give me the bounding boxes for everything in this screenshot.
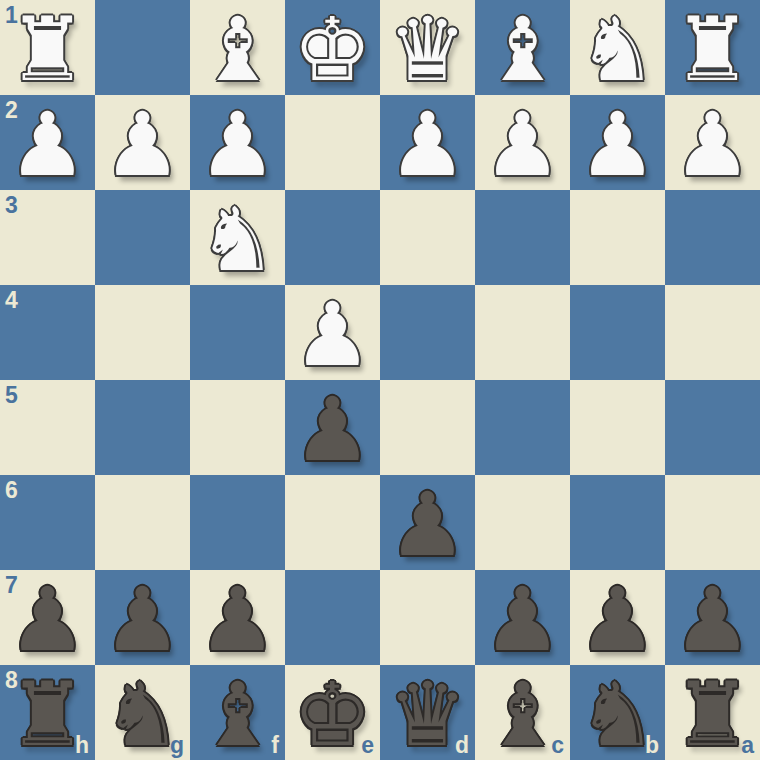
square-f4[interactable] (190, 285, 285, 380)
piece-white-pawn[interactable]: ♟ (483, 101, 562, 189)
file-label-d: d (455, 734, 469, 757)
rank-label-7: 7 (5, 574, 18, 597)
square-d7[interactable] (380, 570, 475, 665)
square-g1[interactable] (95, 0, 190, 95)
square-e1[interactable]: ♚ (285, 0, 380, 95)
square-c2[interactable]: ♟ (475, 95, 570, 190)
square-g5[interactable] (95, 380, 190, 475)
square-c4[interactable] (475, 285, 570, 380)
rank-label-6: 6 (5, 479, 18, 502)
square-f7[interactable]: ♟ (190, 570, 285, 665)
piece-white-rook[interactable]: ♜ (8, 6, 87, 94)
square-e4[interactable]: ♟ (285, 285, 380, 380)
square-d1[interactable]: ♛ (380, 0, 475, 95)
square-f3[interactable]: ♞ (190, 190, 285, 285)
piece-white-rook[interactable]: ♜ (673, 6, 752, 94)
square-h5[interactable]: 5 (0, 380, 95, 475)
square-f5[interactable] (190, 380, 285, 475)
square-a3[interactable] (665, 190, 760, 285)
piece-white-queen[interactable]: ♛ (388, 6, 467, 94)
piece-black-pawn[interactable]: ♟ (103, 576, 182, 664)
square-c8[interactable]: ♝c (475, 665, 570, 760)
rank-label-5: 5 (5, 384, 18, 407)
square-c7[interactable]: ♟ (475, 570, 570, 665)
square-h6[interactable]: 6 (0, 475, 95, 570)
piece-black-pawn[interactable]: ♟ (483, 576, 562, 664)
square-f2[interactable]: ♟ (190, 95, 285, 190)
piece-white-pawn[interactable]: ♟ (673, 101, 752, 189)
piece-black-pawn[interactable]: ♟ (293, 386, 372, 474)
square-a2[interactable]: ♟ (665, 95, 760, 190)
square-b7[interactable]: ♟ (570, 570, 665, 665)
square-a6[interactable] (665, 475, 760, 570)
piece-black-pawn[interactable]: ♟ (388, 481, 467, 569)
square-b4[interactable] (570, 285, 665, 380)
square-d6[interactable]: ♟ (380, 475, 475, 570)
square-d3[interactable] (380, 190, 475, 285)
square-g8[interactable]: ♞g (95, 665, 190, 760)
square-e6[interactable] (285, 475, 380, 570)
rank-label-4: 4 (5, 289, 18, 312)
square-b6[interactable] (570, 475, 665, 570)
square-g7[interactable]: ♟ (95, 570, 190, 665)
square-h2[interactable]: ♟2 (0, 95, 95, 190)
piece-white-pawn[interactable]: ♟ (8, 101, 87, 189)
square-e3[interactable] (285, 190, 380, 285)
square-h4[interactable]: 4 (0, 285, 95, 380)
piece-black-pawn[interactable]: ♟ (673, 576, 752, 664)
piece-black-pawn[interactable]: ♟ (578, 576, 657, 664)
piece-black-bishop[interactable]: ♝ (483, 671, 562, 759)
file-label-a: a (741, 734, 754, 757)
square-f8[interactable]: ♝f (190, 665, 285, 760)
square-a8[interactable]: ♜a (665, 665, 760, 760)
square-e5[interactable]: ♟ (285, 380, 380, 475)
square-a5[interactable] (665, 380, 760, 475)
square-a1[interactable]: ♜ (665, 0, 760, 95)
square-b3[interactable] (570, 190, 665, 285)
square-e7[interactable] (285, 570, 380, 665)
file-label-e: e (361, 734, 374, 757)
square-a7[interactable]: ♟ (665, 570, 760, 665)
square-b2[interactable]: ♟ (570, 95, 665, 190)
piece-black-rook[interactable]: ♜ (673, 671, 752, 759)
square-c5[interactable] (475, 380, 570, 475)
rank-label-3: 3 (5, 194, 18, 217)
square-f6[interactable] (190, 475, 285, 570)
rank-label-2: 2 (5, 99, 18, 122)
square-h1[interactable]: ♜1 (0, 0, 95, 95)
piece-white-pawn[interactable]: ♟ (388, 101, 467, 189)
square-g2[interactable]: ♟ (95, 95, 190, 190)
square-g4[interactable] (95, 285, 190, 380)
piece-white-pawn[interactable]: ♟ (198, 101, 277, 189)
piece-white-bishop[interactable]: ♝ (198, 6, 277, 94)
piece-white-knight[interactable]: ♞ (578, 6, 657, 94)
square-c1[interactable]: ♝ (475, 0, 570, 95)
square-e8[interactable]: ♚e (285, 665, 380, 760)
square-e2[interactable] (285, 95, 380, 190)
square-b8[interactable]: ♞b (570, 665, 665, 760)
square-g6[interactable] (95, 475, 190, 570)
square-f1[interactable]: ♝ (190, 0, 285, 95)
square-d8[interactable]: ♛d (380, 665, 475, 760)
file-label-c: c (551, 734, 564, 757)
piece-white-pawn[interactable]: ♟ (293, 291, 372, 379)
file-label-h: h (75, 734, 89, 757)
rank-label-1: 1 (5, 4, 18, 27)
piece-black-bishop[interactable]: ♝ (198, 671, 277, 759)
square-b1[interactable]: ♞ (570, 0, 665, 95)
square-g3[interactable] (95, 190, 190, 285)
rank-label-8: 8 (5, 669, 18, 692)
square-c3[interactable] (475, 190, 570, 285)
piece-white-pawn[interactable]: ♟ (103, 101, 182, 189)
square-h8[interactable]: ♜8h (0, 665, 95, 760)
piece-white-king[interactable]: ♚ (293, 6, 372, 94)
piece-black-king[interactable]: ♚ (293, 671, 372, 759)
piece-white-pawn[interactable]: ♟ (578, 101, 657, 189)
square-h3[interactable]: 3 (0, 190, 95, 285)
square-b5[interactable] (570, 380, 665, 475)
piece-black-pawn[interactable]: ♟ (8, 576, 87, 664)
chess-board: ♜1♝♚♛♝♞♜♟2♟♟♟♟♟♟3♞4♟5♟6♟♟7♟♟♟♟♟♜8h♞g♝f♚e… (0, 0, 760, 760)
square-d4[interactable] (380, 285, 475, 380)
file-label-b: b (645, 734, 659, 757)
square-d5[interactable] (380, 380, 475, 475)
square-h7[interactable]: ♟7 (0, 570, 95, 665)
piece-white-bishop[interactable]: ♝ (483, 6, 562, 94)
file-label-f: f (271, 734, 279, 757)
square-d2[interactable]: ♟ (380, 95, 475, 190)
square-c6[interactable] (475, 475, 570, 570)
piece-white-knight[interactable]: ♞ (198, 196, 277, 284)
piece-black-pawn[interactable]: ♟ (198, 576, 277, 664)
square-a4[interactable] (665, 285, 760, 380)
file-label-g: g (170, 734, 184, 757)
